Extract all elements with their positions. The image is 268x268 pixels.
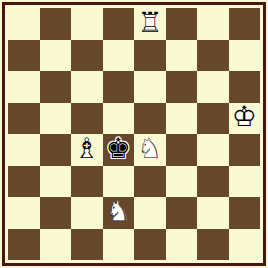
white-knight-d2[interactable]: ♞♘ bbox=[103, 197, 135, 229]
square-b7[interactable] bbox=[40, 40, 72, 72]
white-bishop-c4[interactable]: ♝♗ bbox=[71, 134, 103, 166]
white-bishop-outline-icon: ♗ bbox=[71, 133, 103, 165]
square-f5[interactable] bbox=[166, 103, 198, 135]
square-a1[interactable] bbox=[8, 229, 40, 261]
square-e1[interactable] bbox=[134, 229, 166, 261]
white-knight-e4[interactable]: ♞♘ bbox=[134, 134, 166, 166]
square-c6[interactable] bbox=[71, 71, 103, 103]
square-a6[interactable] bbox=[8, 71, 40, 103]
square-b1[interactable] bbox=[40, 229, 72, 261]
square-h7[interactable] bbox=[229, 40, 261, 72]
square-h4[interactable] bbox=[229, 134, 261, 166]
square-f6[interactable] bbox=[166, 71, 198, 103]
white-rook-e8[interactable]: ♜♖ bbox=[134, 8, 166, 40]
square-d2[interactable]: ♞♘ bbox=[103, 197, 135, 229]
square-c2[interactable] bbox=[71, 197, 103, 229]
black-king-icon: ♚ bbox=[103, 133, 135, 165]
square-f1[interactable] bbox=[166, 229, 198, 261]
white-rook-outline-icon: ♖ bbox=[134, 7, 166, 39]
square-e3[interactable] bbox=[134, 166, 166, 198]
square-d3[interactable] bbox=[103, 166, 135, 198]
square-c4[interactable]: ♝♗ bbox=[71, 134, 103, 166]
square-g4[interactable] bbox=[197, 134, 229, 166]
square-g2[interactable] bbox=[197, 197, 229, 229]
square-e5[interactable] bbox=[134, 103, 166, 135]
square-d6[interactable] bbox=[103, 71, 135, 103]
square-e7[interactable] bbox=[134, 40, 166, 72]
square-h5[interactable]: ♚♔ bbox=[229, 103, 261, 135]
square-c7[interactable] bbox=[71, 40, 103, 72]
square-b6[interactable] bbox=[40, 71, 72, 103]
square-b5[interactable] bbox=[40, 103, 72, 135]
square-a7[interactable] bbox=[8, 40, 40, 72]
square-c5[interactable] bbox=[71, 103, 103, 135]
square-h8[interactable] bbox=[229, 8, 261, 40]
square-b2[interactable] bbox=[40, 197, 72, 229]
square-f8[interactable] bbox=[166, 8, 198, 40]
square-a3[interactable] bbox=[8, 166, 40, 198]
square-f3[interactable] bbox=[166, 166, 198, 198]
square-e6[interactable] bbox=[134, 71, 166, 103]
square-c3[interactable] bbox=[71, 166, 103, 198]
square-a5[interactable] bbox=[8, 103, 40, 135]
square-a2[interactable] bbox=[8, 197, 40, 229]
board-frame-inner: ♜♖♚♔♝♗♚♞♘♞♘ bbox=[2, 2, 266, 266]
white-king-h5[interactable]: ♚♔ bbox=[229, 103, 261, 135]
square-d7[interactable] bbox=[103, 40, 135, 72]
square-d8[interactable] bbox=[103, 8, 135, 40]
white-king-outline-icon: ♔ bbox=[229, 102, 261, 134]
square-f7[interactable] bbox=[166, 40, 198, 72]
square-g5[interactable] bbox=[197, 103, 229, 135]
square-e4[interactable]: ♞♘ bbox=[134, 134, 166, 166]
square-h3[interactable] bbox=[229, 166, 261, 198]
square-d4[interactable]: ♚ bbox=[103, 134, 135, 166]
square-d1[interactable] bbox=[103, 229, 135, 261]
square-g6[interactable] bbox=[197, 71, 229, 103]
white-knight-outline-icon: ♘ bbox=[103, 196, 135, 228]
square-a4[interactable] bbox=[8, 134, 40, 166]
square-g3[interactable] bbox=[197, 166, 229, 198]
square-h2[interactable] bbox=[229, 197, 261, 229]
square-g7[interactable] bbox=[197, 40, 229, 72]
square-f4[interactable] bbox=[166, 134, 198, 166]
square-b3[interactable] bbox=[40, 166, 72, 198]
square-b8[interactable] bbox=[40, 8, 72, 40]
square-f2[interactable] bbox=[166, 197, 198, 229]
square-d5[interactable] bbox=[103, 103, 135, 135]
black-king-d4[interactable]: ♚ bbox=[103, 134, 135, 166]
square-e2[interactable] bbox=[134, 197, 166, 229]
square-g1[interactable] bbox=[197, 229, 229, 261]
square-h1[interactable] bbox=[229, 229, 261, 261]
square-g8[interactable] bbox=[197, 8, 229, 40]
white-knight-outline-icon: ♘ bbox=[134, 133, 166, 165]
square-h6[interactable] bbox=[229, 71, 261, 103]
chess-board: ♜♖♚♔♝♗♚♞♘♞♘ bbox=[8, 8, 260, 260]
square-c1[interactable] bbox=[71, 229, 103, 261]
square-a8[interactable] bbox=[8, 8, 40, 40]
square-b4[interactable] bbox=[40, 134, 72, 166]
square-e8[interactable]: ♜♖ bbox=[134, 8, 166, 40]
board-frame: ♜♖♚♔♝♗♚♞♘♞♘ bbox=[0, 0, 268, 268]
square-c8[interactable] bbox=[71, 8, 103, 40]
